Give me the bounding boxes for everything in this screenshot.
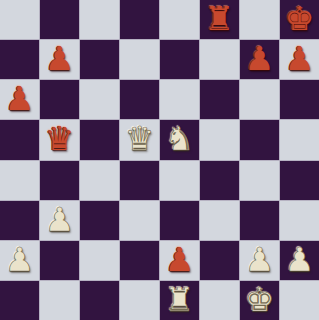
square-d7[interactable]	[120, 40, 159, 79]
square-e7[interactable]	[160, 40, 199, 79]
square-a1[interactable]	[0, 281, 39, 320]
square-a5[interactable]	[0, 120, 39, 159]
white-pawn[interactable]: ♟	[285, 243, 315, 276]
square-d4[interactable]	[120, 161, 159, 200]
square-d8[interactable]	[120, 0, 159, 39]
square-f1[interactable]	[200, 281, 239, 320]
red-queen[interactable]: ♛	[45, 122, 75, 155]
square-e4[interactable]	[160, 161, 199, 200]
square-e1[interactable]: ♜	[160, 281, 199, 320]
square-f4[interactable]	[200, 161, 239, 200]
square-h4[interactable]	[280, 161, 319, 200]
square-f7[interactable]	[200, 40, 239, 79]
square-f6[interactable]	[200, 80, 239, 119]
red-rook[interactable]: ♜	[205, 2, 235, 35]
square-c7[interactable]	[80, 40, 119, 79]
square-a4[interactable]	[0, 161, 39, 200]
square-g2[interactable]: ♟	[240, 241, 279, 280]
red-pawn[interactable]: ♟	[165, 243, 195, 276]
square-f8[interactable]: ♜	[200, 0, 239, 39]
square-h2[interactable]: ♟	[280, 241, 319, 280]
square-f2[interactable]	[200, 241, 239, 280]
square-b7[interactable]: ♟	[40, 40, 79, 79]
square-c8[interactable]	[80, 0, 119, 39]
square-g8[interactable]	[240, 0, 279, 39]
square-b1[interactable]	[40, 281, 79, 320]
square-g4[interactable]	[240, 161, 279, 200]
square-c6[interactable]	[80, 80, 119, 119]
white-knight[interactable]: ♞	[165, 122, 195, 155]
square-d2[interactable]	[120, 241, 159, 280]
square-e8[interactable]	[160, 0, 199, 39]
square-f3[interactable]	[200, 201, 239, 240]
red-pawn[interactable]: ♟	[5, 82, 35, 115]
square-h5[interactable]	[280, 120, 319, 159]
square-g6[interactable]	[240, 80, 279, 119]
square-e6[interactable]	[160, 80, 199, 119]
white-rook[interactable]: ♜	[165, 283, 195, 316]
white-pawn[interactable]: ♟	[245, 243, 275, 276]
square-e2[interactable]: ♟	[160, 241, 199, 280]
square-b8[interactable]	[40, 0, 79, 39]
red-pawn[interactable]: ♟	[45, 42, 75, 75]
square-g1[interactable]: ♚	[240, 281, 279, 320]
square-c5[interactable]	[80, 120, 119, 159]
square-h7[interactable]: ♟	[280, 40, 319, 79]
red-pawn[interactable]: ♟	[285, 42, 315, 75]
white-king[interactable]: ♚	[245, 283, 275, 316]
square-c1[interactable]	[80, 281, 119, 320]
square-h3[interactable]	[280, 201, 319, 240]
square-d6[interactable]	[120, 80, 159, 119]
square-b2[interactable]	[40, 241, 79, 280]
square-a8[interactable]	[0, 0, 39, 39]
white-pawn[interactable]: ♟	[45, 203, 75, 236]
white-pawn[interactable]: ♟	[5, 243, 35, 276]
chess-board: ♜♚♟♟♟♟♛♛♞♟♟♟♟♟♜♚	[0, 0, 319, 320]
square-b4[interactable]	[40, 161, 79, 200]
square-h8[interactable]: ♚	[280, 0, 319, 39]
square-g3[interactable]	[240, 201, 279, 240]
red-king[interactable]: ♚	[285, 2, 315, 35]
white-queen[interactable]: ♛	[125, 122, 155, 155]
square-e3[interactable]	[160, 201, 199, 240]
square-a7[interactable]	[0, 40, 39, 79]
square-d1[interactable]	[120, 281, 159, 320]
square-c2[interactable]	[80, 241, 119, 280]
square-d5[interactable]: ♛	[120, 120, 159, 159]
square-b6[interactable]	[40, 80, 79, 119]
square-f5[interactable]	[200, 120, 239, 159]
square-b5[interactable]: ♛	[40, 120, 79, 159]
square-e5[interactable]: ♞	[160, 120, 199, 159]
square-h1[interactable]	[280, 281, 319, 320]
square-c4[interactable]	[80, 161, 119, 200]
square-h6[interactable]	[280, 80, 319, 119]
square-b3[interactable]: ♟	[40, 201, 79, 240]
square-a3[interactable]	[0, 201, 39, 240]
square-c3[interactable]	[80, 201, 119, 240]
square-g7[interactable]: ♟	[240, 40, 279, 79]
square-g5[interactable]	[240, 120, 279, 159]
red-pawn[interactable]: ♟	[245, 42, 275, 75]
square-a6[interactable]: ♟	[0, 80, 39, 119]
square-d3[interactable]	[120, 201, 159, 240]
square-a2[interactable]: ♟	[0, 241, 39, 280]
